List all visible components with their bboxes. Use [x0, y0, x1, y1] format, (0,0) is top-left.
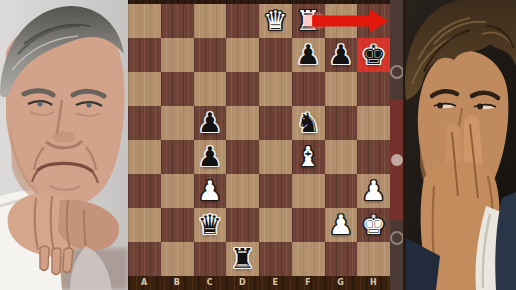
square-h3: ♟ [357, 174, 390, 208]
square-f3 [292, 174, 325, 208]
square-b1 [161, 242, 194, 276]
square-h4 [357, 140, 390, 174]
square-f4: ♝ [292, 140, 325, 174]
piece-wQ-e8: ♛ [263, 7, 287, 34]
square-c5: ♟ [194, 106, 227, 140]
square-d8 [226, 4, 259, 38]
square-h2: ♚ [357, 208, 390, 242]
square-a7 [128, 38, 161, 72]
piece-wK-h2: ♚ [362, 211, 386, 238]
file-label-e: E [259, 276, 292, 290]
carlsen-portrait-illustration [390, 0, 516, 290]
square-c8 [194, 4, 227, 38]
square-f2 [292, 208, 325, 242]
square-e4 [259, 140, 292, 174]
square-b5 [161, 106, 194, 140]
square-g2: ♟ [325, 208, 358, 242]
square-h5 [357, 106, 390, 140]
square-g6 [325, 72, 358, 106]
square-b3 [161, 174, 194, 208]
piece-bR-d1: ♜ [231, 245, 255, 272]
square-e8: ♛ [259, 4, 292, 38]
piece-bN-f5: ♞ [296, 109, 320, 136]
square-g3 [325, 174, 358, 208]
square-b2 [161, 208, 194, 242]
piece-bP-c4: ♟ [198, 143, 222, 170]
piece-bP-g7: ♟ [329, 41, 353, 68]
square-e5 [259, 106, 292, 140]
square-h8 [357, 4, 390, 38]
file-labels: A B C D E F G H [128, 276, 390, 290]
square-a4 [128, 140, 161, 174]
square-f5: ♞ [292, 106, 325, 140]
piece-bQ-c2: ♛ [198, 211, 222, 238]
square-a6 [128, 72, 161, 106]
square-f7: ♟ [292, 38, 325, 72]
square-h7: ♚ [357, 38, 390, 72]
piece-wB-f4: ♝ [296, 143, 320, 170]
square-b7 [161, 38, 194, 72]
square-c2: ♛ [194, 208, 227, 242]
square-a3 [128, 174, 161, 208]
square-g1 [325, 242, 358, 276]
file-label-b: B [161, 276, 194, 290]
square-a1 [128, 242, 161, 276]
sponsor-banner-strip [390, 0, 406, 290]
square-d1: ♜ [226, 242, 259, 276]
file-label-c: C [194, 276, 227, 290]
piece-wP-c3: ♟ [198, 177, 222, 204]
chess-thumbnail: ♛♜♟♟♚♟♞♟♝♟♟♛♟♚♜ A B C D E F G H [0, 0, 516, 290]
square-h6 [357, 72, 390, 106]
square-e6 [259, 72, 292, 106]
square-d6 [226, 72, 259, 106]
left-photo-karpov [0, 0, 128, 290]
piece-wR-f8: ♜ [296, 7, 320, 34]
file-label-f: F [292, 276, 325, 290]
square-f8: ♜ [292, 4, 325, 38]
square-a8 [128, 4, 161, 38]
square-c4: ♟ [194, 140, 227, 174]
piece-bP-c5: ♟ [198, 109, 222, 136]
square-a5 [128, 106, 161, 140]
square-d4 [226, 140, 259, 174]
square-b6 [161, 72, 194, 106]
square-c6 [194, 72, 227, 106]
square-c7 [194, 38, 227, 72]
square-a2 [128, 208, 161, 242]
karpov-portrait-illustration [0, 0, 128, 290]
square-d7 [226, 38, 259, 72]
file-label-d: D [226, 276, 259, 290]
square-b4 [161, 140, 194, 174]
piece-wP-g2: ♟ [329, 211, 353, 238]
square-d3 [226, 174, 259, 208]
square-d2 [226, 208, 259, 242]
square-c1 [194, 242, 227, 276]
board-squares: ♛♜♟♟♚♟♞♟♝♟♟♛♟♚♜ [128, 4, 390, 276]
square-h1 [357, 242, 390, 276]
square-e1 [259, 242, 292, 276]
piece-bP-f7: ♟ [296, 41, 320, 68]
square-f6 [292, 72, 325, 106]
square-c3: ♟ [194, 174, 227, 208]
square-d5 [226, 106, 259, 140]
chess-board: ♛♜♟♟♚♟♞♟♝♟♟♛♟♚♜ A B C D E F G H [128, 0, 390, 290]
square-e2 [259, 208, 292, 242]
square-f1 [292, 242, 325, 276]
square-e7 [259, 38, 292, 72]
square-g4 [325, 140, 358, 174]
piece-wP-h3: ♟ [362, 177, 386, 204]
piece-bK-h7: ♚ [362, 41, 386, 68]
square-b8 [161, 4, 194, 38]
file-label-a: A [128, 276, 161, 290]
file-label-g: G [325, 276, 358, 290]
square-g5 [325, 106, 358, 140]
square-g8 [325, 4, 358, 38]
right-photo-carlsen [390, 0, 516, 290]
file-label-h: H [357, 276, 390, 290]
square-e3 [259, 174, 292, 208]
square-g7: ♟ [325, 38, 358, 72]
